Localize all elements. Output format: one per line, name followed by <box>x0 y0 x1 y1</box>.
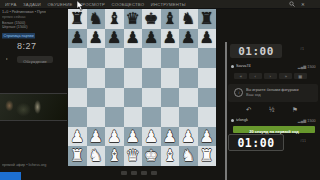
white-king[interactable]: ♚ <box>144 148 158 164</box>
board-square[interactable]: ♟ <box>87 127 106 147</box>
board-square[interactable] <box>105 48 124 68</box>
black-knight[interactable]: ♞ <box>181 11 195 27</box>
board-square[interactable] <box>142 68 161 88</box>
black-bishop[interactable]: ♝ <box>163 11 177 27</box>
board-square[interactable] <box>105 88 124 108</box>
board-square[interactable] <box>198 107 217 127</box>
info-icon: i <box>234 88 243 97</box>
board-square[interactable]: ♟ <box>105 127 124 147</box>
chevron-right-icon[interactable]: ▸ <box>6 57 8 61</box>
board-square[interactable]: ♞ <box>179 146 198 166</box>
white-knight[interactable]: ♞ <box>89 148 103 164</box>
black-pawn[interactable]: ♟ <box>107 30 121 46</box>
game-message-line1: Вы играете белыми фигурами <box>246 88 299 92</box>
board-square[interactable] <box>124 48 143 68</box>
board-square[interactable] <box>68 88 87 108</box>
white-bishop[interactable]: ♝ <box>107 148 121 164</box>
opponent-name[interactable]: Savva74 <box>236 64 251 68</box>
board-toolbar-button[interactable] <box>121 171 127 175</box>
nav-glyph-icon: ‹ <box>255 74 256 78</box>
player-name[interactable]: tzlongk <box>236 118 248 122</box>
nav-glyph-icon: » <box>284 74 286 78</box>
board-square[interactable] <box>179 107 198 127</box>
board-square[interactable]: ♟ <box>161 127 180 147</box>
player-clock: 01:00 <box>228 134 284 151</box>
draw-offer-icon[interactable]: ½ <box>269 106 274 113</box>
board-square[interactable]: ♟ <box>105 29 124 49</box>
game-info-line2: прямо сейчас <box>2 15 26 19</box>
board-square[interactable] <box>105 68 124 88</box>
black-pawn[interactable]: ♟ <box>126 30 140 46</box>
app-window: ИГРАЗАДАЧИОБУЧЕНИЕПРОСМОТРСООБЩЕСТВОИНСТ… <box>0 0 320 180</box>
board-square[interactable]: ♟ <box>68 127 87 147</box>
signal-icon: ▂▄▆ <box>298 118 306 123</box>
white-pawn[interactable]: ♟ <box>144 129 158 145</box>
player-clock-note: #11 <box>300 139 306 143</box>
scrollbar[interactable] <box>225 42 227 180</box>
board-square[interactable] <box>87 107 106 127</box>
board-square[interactable]: ♟ <box>124 29 143 49</box>
opponent-clock: 01:00 <box>230 44 282 58</box>
white-rook[interactable]: ♜ <box>70 148 84 164</box>
board-square[interactable]: ♟ <box>198 29 217 49</box>
opponent-rating: ▂▄▆ 1500 <box>298 65 316 69</box>
move-nav-button[interactable]: « <box>234 73 247 79</box>
board-square[interactable]: ♟ <box>142 127 161 147</box>
board-square[interactable]: ♜ <box>198 146 217 166</box>
black-bishop[interactable]: ♝ <box>107 11 121 27</box>
board-square[interactable] <box>142 88 161 108</box>
menu-item-инструменты[interactable]: ИНСТРУМЕНТЫ <box>151 2 186 7</box>
board-toolbar-button[interactable] <box>131 171 137 175</box>
board-square[interactable]: ♜ <box>68 146 87 166</box>
black-king[interactable]: ♚ <box>144 11 158 27</box>
move-nav-button[interactable]: › <box>264 73 277 79</box>
board-square[interactable] <box>68 68 87 88</box>
board-square[interactable] <box>198 68 217 88</box>
board-square[interactable]: ♝ <box>105 9 124 29</box>
close-icon[interactable]: ✕ <box>301 2 305 7</box>
menu-item-игра[interactable]: ИГРА <box>5 2 17 7</box>
board-square[interactable] <box>68 107 87 127</box>
board-square[interactable] <box>179 68 198 88</box>
board-square[interactable] <box>198 88 217 108</box>
board-square[interactable]: ♜ <box>68 9 87 29</box>
board-square[interactable] <box>161 68 180 88</box>
board-square[interactable] <box>142 48 161 68</box>
board-square[interactable] <box>124 68 143 88</box>
white-bishop[interactable]: ♝ <box>163 148 177 164</box>
board-toolbar-button[interactable] <box>151 171 157 175</box>
board-square[interactable]: ♟ <box>198 127 217 147</box>
signal-icon: ▂▄▆ <box>298 64 306 69</box>
stream-caption: прямой эфир • lichess.org <box>2 163 46 167</box>
white-queen[interactable]: ♛ <box>126 148 140 164</box>
black-pawn[interactable]: ♟ <box>181 30 195 46</box>
black-pawn[interactable]: ♟ <box>144 30 158 46</box>
black-player-line: Чёрные (1500) <box>2 25 27 29</box>
board-square[interactable]: ♞ <box>179 9 198 29</box>
nav-glyph-icon: ▦ <box>299 74 303 78</box>
board-square[interactable]: ♚ <box>142 9 161 29</box>
board-square[interactable]: ♟ <box>124 127 143 147</box>
mouse-cursor <box>76 0 84 11</box>
nav-glyph-icon: › <box>270 74 271 78</box>
white-pawn[interactable]: ♟ <box>107 129 121 145</box>
board-square[interactable] <box>87 88 106 108</box>
board-square[interactable] <box>124 88 143 108</box>
game-action-row: ↶½⚑ <box>246 106 303 119</box>
stream-timer: 8:27 <box>17 41 37 51</box>
board-square[interactable] <box>161 88 180 108</box>
board-square[interactable] <box>179 48 198 68</box>
board-toolbar-button[interactable] <box>141 171 147 175</box>
video-progress-bar <box>0 172 21 180</box>
game-link[interactable]: Страница партии <box>2 34 35 38</box>
board-square[interactable]: ♟ <box>161 29 180 49</box>
board-square[interactable]: ♝ <box>161 9 180 29</box>
search-icon[interactable] <box>289 1 295 7</box>
white-pawn[interactable]: ♟ <box>181 129 195 145</box>
resign-flag-icon[interactable]: ⚑ <box>292 106 298 113</box>
menu-item-сообщество[interactable]: СООБЩЕСТВО <box>112 2 145 7</box>
game-link-label[interactable]: Страница партии <box>2 33 35 39</box>
board-square[interactable]: ♟ <box>179 127 198 147</box>
opponent-clock-note: #1 <box>300 47 304 51</box>
first-move-banner-text: 20 секунд на первый ход <box>249 130 299 134</box>
board-square[interactable] <box>68 48 87 68</box>
board-square[interactable]: ♟ <box>87 29 106 49</box>
white-rook[interactable]: ♜ <box>200 148 214 164</box>
black-pawn[interactable]: ♟ <box>89 30 103 46</box>
webcam-video <box>0 93 67 121</box>
takeback-icon[interactable]: ↶ <box>246 106 251 113</box>
black-knight[interactable]: ♞ <box>89 11 103 27</box>
board-square[interactable] <box>179 88 198 108</box>
board-square[interactable]: ♛ <box>124 146 143 166</box>
move-nav-button[interactable]: » <box>279 73 292 79</box>
board-square[interactable] <box>198 48 217 68</box>
board-square[interactable]: ♟ <box>68 29 87 49</box>
board-square[interactable]: ♛ <box>124 9 143 29</box>
menu-item-обучение[interactable]: ОБУЧЕНИЕ <box>48 2 73 7</box>
board-square[interactable]: ♞ <box>87 9 106 29</box>
board-square[interactable]: ♝ <box>161 146 180 166</box>
player-rating: ▂▄▆ 1500 <box>298 119 316 123</box>
move-nav-button[interactable]: ▦ <box>294 73 307 79</box>
move-nav-button[interactable]: ‹ <box>249 73 262 79</box>
white-pawn[interactable]: ♟ <box>89 129 103 145</box>
board-square[interactable] <box>87 68 106 88</box>
nav-glyph-icon: « <box>239 74 241 78</box>
board-square[interactable]: ♟ <box>179 29 198 49</box>
black-rook[interactable]: ♜ <box>200 11 214 27</box>
game-message-line2: Ваш ход <box>246 93 261 97</box>
black-rook[interactable]: ♜ <box>70 11 84 27</box>
top-nav-bar: ИГРАЗАДАЧИОБУЧЕНИЕПРОСМОТРСООБЩЕСТВОИНСТ… <box>0 0 320 9</box>
board-square[interactable] <box>124 107 143 127</box>
sidebar-tab-label: Обсуждение <box>23 60 46 64</box>
white-pawn[interactable]: ♟ <box>70 129 84 145</box>
chess-board[interactable]: ♜♞♝♛♚♝♞♜♟♟♟♟♟♟♟♟♟♟♟♟♟♟♟♟♜♞♝♛♚♝♞♜ <box>68 9 216 166</box>
move-nav-row: «‹›»▦ <box>234 73 307 79</box>
online-dot-icon <box>231 65 234 68</box>
white-pawn[interactable]: ♟ <box>200 129 214 145</box>
white-knight[interactable]: ♞ <box>181 148 195 164</box>
board-square[interactable]: ♝ <box>105 146 124 166</box>
black-pawn[interactable]: ♟ <box>70 30 84 46</box>
board-square[interactable] <box>87 48 106 68</box>
board-square[interactable] <box>142 107 161 127</box>
board-square[interactable]: ♚ <box>142 146 161 166</box>
white-pawn[interactable]: ♟ <box>126 129 140 145</box>
board-square[interactable] <box>161 48 180 68</box>
board-square[interactable]: ♞ <box>87 146 106 166</box>
board-square[interactable] <box>105 107 124 127</box>
board-square[interactable]: ♟ <box>142 29 161 49</box>
main-menu: ИГРАЗАДАЧИОБУЧЕНИЕПРОСМОТРСООБЩЕСТВОИНСТ… <box>5 2 186 7</box>
board-square[interactable] <box>161 107 180 127</box>
black-queen[interactable]: ♛ <box>126 11 140 27</box>
first-move-banner: 20 секунд на первый ход <box>233 126 315 133</box>
sidebar-tab[interactable]: Обсуждение <box>17 56 53 63</box>
menu-item-задачи[interactable]: ЗАДАЧИ <box>23 2 41 7</box>
board-square[interactable]: ♜ <box>198 9 217 29</box>
black-pawn[interactable]: ♟ <box>200 30 214 46</box>
black-pawn[interactable]: ♟ <box>163 30 177 46</box>
online-dot-icon <box>231 119 234 122</box>
board-toolbar <box>121 171 157 175</box>
white-pawn[interactable]: ♟ <box>163 129 177 145</box>
